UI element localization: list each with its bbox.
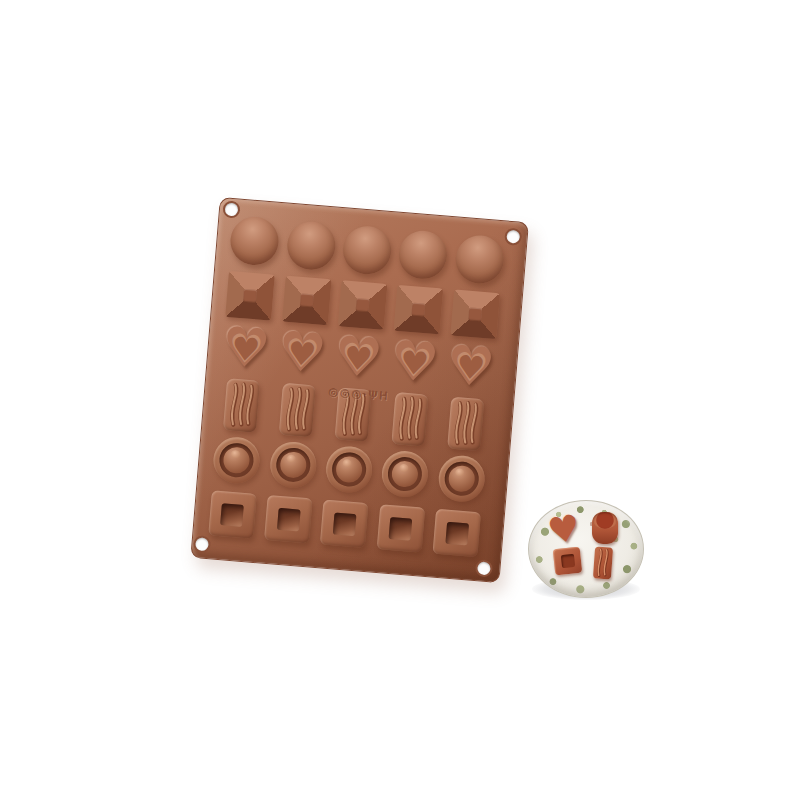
cavity-swirl [375, 444, 435, 503]
gem-square-shape [394, 284, 444, 334]
dome-shape [285, 219, 337, 271]
cavity-heart: ♥♥♥ [384, 334, 444, 393]
cavity-heart: ♥♥♥ [216, 320, 276, 379]
sample-plate: ♥ [528, 500, 644, 604]
cavity-swirl [319, 439, 379, 498]
cavity-heart: ♥♥♥ [328, 330, 388, 389]
cavity-well [371, 499, 431, 558]
cavity-well [427, 503, 487, 562]
chocolate-round [592, 512, 618, 544]
cavity-swirl [263, 435, 323, 494]
dome-shape [229, 215, 281, 267]
cavity-dome [225, 211, 285, 270]
product-photo: ♥♥♥♥♥♥♥♥♥♥♥♥♥♥♥ ◎◎◎·ΨH ♥ [0, 0, 800, 800]
dome-shape [397, 228, 449, 280]
square-well-shape [377, 504, 426, 553]
square-well-shape [264, 495, 313, 544]
chocolate-heart: ♥ [545, 509, 583, 550]
cavity-well [258, 489, 318, 548]
corner-hole-bottom-right [477, 561, 491, 575]
square-well-shape [320, 500, 369, 549]
round-swirl-shape [324, 444, 374, 494]
heart-shape: ♥♥♥ [385, 336, 443, 392]
gem-square-shape [225, 271, 275, 321]
heart-shape: ♥♥♥ [329, 331, 387, 387]
round-swirl-shape [212, 435, 262, 485]
heart-shape: ♥♥♥ [273, 327, 331, 383]
gem-square-shape [450, 289, 500, 339]
dome-shape [454, 233, 506, 285]
cavity-well [202, 485, 262, 544]
cavity-heart: ♥♥♥ [440, 339, 500, 398]
chocolate-wave [593, 546, 613, 579]
chocolate-square [553, 547, 583, 576]
round-swirl-shape [437, 453, 487, 503]
heart-shape: ♥♥♥ [442, 340, 500, 396]
square-well-shape [208, 490, 257, 539]
dome-shape [341, 224, 393, 276]
cavity-swirl [431, 449, 491, 508]
gem-square-shape [338, 280, 388, 330]
round-swirl-shape [268, 440, 318, 490]
chocolate-mold: ♥♥♥♥♥♥♥♥♥♥♥♥♥♥♥ ◎◎◎·ΨH [190, 197, 529, 583]
cavity-heart: ♥♥♥ [272, 325, 332, 384]
gem-square-shape [282, 275, 332, 325]
heart-shape: ♥♥♥ [217, 322, 275, 378]
cavity-swirl [207, 430, 267, 489]
cavity-dome [281, 215, 341, 274]
cavity-dome [393, 225, 453, 284]
square-well-shape [433, 509, 482, 558]
round-swirl-shape [381, 449, 431, 499]
cavity-dome [337, 220, 397, 279]
cavity-dome [449, 229, 509, 288]
cavity-well [314, 494, 374, 553]
